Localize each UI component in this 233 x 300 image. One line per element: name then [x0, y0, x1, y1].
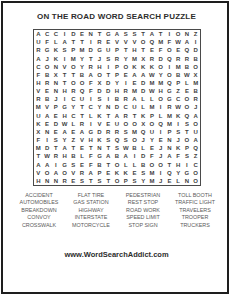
grid-cell-r11c12[interactable]: T — [130, 112, 139, 120]
grid-cell-r17c16[interactable]: T — [165, 161, 174, 169]
grid-cell-r13c9[interactable]: R — [104, 128, 113, 136]
grid-cell-r9c9[interactable]: I — [104, 95, 113, 103]
grid-cell-r6c19[interactable]: X — [191, 71, 200, 79]
grid-cell-r6c5[interactable]: T — [69, 71, 78, 79]
grid-cell-r10c14[interactable]: M — [148, 103, 157, 111]
grid-cell-r3c14[interactable]: E — [148, 46, 157, 54]
grid-cell-r9c19[interactable]: R — [191, 95, 200, 103]
grid-cell-r3c2[interactable]: G — [43, 46, 52, 54]
grid-cell-r4c14[interactable]: R — [148, 54, 157, 62]
grid-cell-r14c6[interactable]: V — [78, 136, 87, 144]
grid-cell-r3c16[interactable]: O — [165, 46, 174, 54]
grid-cell-r7c10[interactable]: Y — [113, 79, 122, 87]
grid-cell-r5c10[interactable]: P — [113, 63, 122, 71]
grid-cell-r4c8[interactable]: J — [95, 54, 104, 62]
grid-cell-r2c16[interactable]: F — [165, 38, 174, 46]
grid-cell-r1c19[interactable]: Z — [191, 30, 200, 38]
grid-cell-r8c10[interactable]: H — [113, 87, 122, 95]
grid-cell-r17c2[interactable]: A — [43, 161, 52, 169]
grid-cell-r12c1[interactable]: K — [34, 120, 43, 128]
grid-cell-r4c11[interactable]: Y — [121, 54, 130, 62]
grid-cell-r17c3[interactable]: I — [51, 161, 60, 169]
grid-cell-r8c3[interactable]: N — [51, 87, 60, 95]
grid-cell-r7c17[interactable]: P — [174, 79, 183, 87]
grid-cell-r18c3[interactable]: A — [51, 169, 60, 177]
grid-cell-r10c6[interactable]: T — [78, 103, 87, 111]
grid-cell-r2c3[interactable]: L — [51, 38, 60, 46]
grid-cell-r4c18[interactable]: R — [183, 54, 192, 62]
grid-cell-r4c19[interactable]: B — [191, 54, 200, 62]
grid-cell-r16c8[interactable]: G — [95, 152, 104, 160]
grid-cell-r9c3[interactable]: J — [51, 95, 60, 103]
grid-cell-r5c12[interactable]: K — [130, 63, 139, 71]
grid-cell-r18c14[interactable]: M — [148, 169, 157, 177]
grid-cell-r1c5[interactable]: D — [69, 30, 78, 38]
grid-cell-r13c12[interactable]: M — [130, 128, 139, 136]
grid-cell-r19c6[interactable]: S — [78, 177, 87, 185]
grid-cell-r11c3[interactable]: E — [51, 112, 60, 120]
grid-cell-r2c7[interactable]: I — [86, 38, 95, 46]
grid-cell-r10c18[interactable]: O — [183, 103, 192, 111]
grid-cell-r17c17[interactable]: H — [174, 161, 183, 169]
grid-cell-r19c10[interactable]: O — [113, 177, 122, 185]
website-url[interactable]: www.WordSearchAddict.com — [0, 250, 233, 259]
grid-cell-r2c15[interactable]: M — [156, 38, 165, 46]
grid-cell-r14c19[interactable]: A — [191, 136, 200, 144]
grid-cell-r11c2[interactable]: A — [43, 112, 52, 120]
grid-cell-r4c17[interactable]: R — [174, 54, 183, 62]
grid-cell-r12c14[interactable]: O — [148, 120, 157, 128]
grid-cell-r6c3[interactable]: X — [51, 71, 60, 79]
grid-cell-r12c5[interactable]: L — [69, 120, 78, 128]
grid-cell-r19c14[interactable]: M — [148, 177, 157, 185]
grid-cell-r4c3[interactable]: K — [51, 54, 60, 62]
grid-cell-r10c1[interactable]: M — [34, 103, 43, 111]
grid-cell-r4c16[interactable]: Q — [165, 54, 174, 62]
grid-cell-r6c10[interactable]: P — [113, 71, 122, 79]
grid-cell-r15c10[interactable]: S — [113, 144, 122, 152]
grid-cell-r3c15[interactable]: F — [156, 46, 165, 54]
grid-cell-r6c2[interactable]: B — [43, 71, 52, 79]
grid-cell-r3c13[interactable]: T — [139, 46, 148, 54]
grid-cell-r15c1[interactable]: M — [34, 144, 43, 152]
grid-cell-r8c18[interactable]: E — [183, 87, 192, 95]
grid-cell-r12c19[interactable]: O — [191, 120, 200, 128]
grid-cell-r2c9[interactable]: E — [104, 38, 113, 46]
grid-cell-r8c13[interactable]: D — [139, 87, 148, 95]
grid-cell-r8c6[interactable]: Q — [78, 87, 87, 95]
grid-cell-r13c7[interactable]: G — [86, 128, 95, 136]
grid-cell-r14c14[interactable]: Y — [148, 136, 157, 144]
grid-cell-r5c16[interactable]: I — [165, 63, 174, 71]
grid-cell-r14c8[interactable]: K — [95, 136, 104, 144]
grid-cell-r12c4[interactable]: W — [60, 120, 69, 128]
grid-cell-r2c10[interactable]: V — [113, 38, 122, 46]
grid-cell-r12c10[interactable]: U — [113, 120, 122, 128]
grid-cell-r11c9[interactable]: T — [104, 112, 113, 120]
grid-cell-r7c4[interactable]: T — [60, 79, 69, 87]
grid-cell-r17c14[interactable]: O — [148, 161, 157, 169]
grid-cell-r15c15[interactable]: J — [156, 144, 165, 152]
grid-cell-r9c7[interactable]: I — [86, 95, 95, 103]
grid-cell-r14c11[interactable]: S — [121, 136, 130, 144]
grid-cell-r5c17[interactable]: M — [174, 63, 183, 71]
grid-cell-r16c13[interactable]: D — [139, 152, 148, 160]
grid-cell-r6c8[interactable]: O — [95, 71, 104, 79]
grid-cell-r15c14[interactable]: E — [148, 144, 157, 152]
grid-cell-r8c7[interactable]: F — [86, 87, 95, 95]
grid-cell-r8c19[interactable]: B — [191, 87, 200, 95]
grid-cell-r5c5[interactable]: O — [69, 63, 78, 71]
grid-cell-r16c6[interactable]: L — [78, 152, 87, 160]
grid-cell-r18c17[interactable]: Y — [174, 169, 183, 177]
grid-cell-r2c4[interactable]: A — [60, 38, 69, 46]
grid-cell-r8c14[interactable]: W — [148, 87, 157, 95]
grid-cell-r13c8[interactable]: D — [95, 128, 104, 136]
grid-cell-r14c4[interactable]: Y — [60, 136, 69, 144]
grid-cell-r1c8[interactable]: T — [95, 30, 104, 38]
grid-cell-r19c11[interactable]: P — [121, 177, 130, 185]
grid-cell-r7c3[interactable]: N — [51, 79, 60, 87]
grid-cell-r4c1[interactable]: A — [34, 54, 43, 62]
grid-cell-r8c4[interactable]: H — [60, 87, 69, 95]
grid-cell-r3c19[interactable]: D — [191, 46, 200, 54]
grid-cell-r6c13[interactable]: A — [139, 71, 148, 79]
grid-cell-r13c5[interactable]: E — [69, 128, 78, 136]
grid-cell-r11c10[interactable]: A — [113, 112, 122, 120]
grid-cell-r7c9[interactable]: D — [104, 79, 113, 87]
grid-cell-r15c5[interactable]: T — [69, 144, 78, 152]
grid-cell-r1c15[interactable]: T — [156, 30, 165, 38]
grid-cell-r5c6[interactable]: Y — [78, 63, 87, 71]
grid-cell-r12c9[interactable]: E — [104, 120, 113, 128]
grid-cell-r2c19[interactable]: I — [191, 38, 200, 46]
grid-cell-r3c3[interactable]: K — [51, 46, 60, 54]
grid-cell-r8c9[interactable]: D — [104, 87, 113, 95]
grid-cell-r17c7[interactable]: F — [86, 161, 95, 169]
grid-cell-r9c14[interactable]: L — [148, 95, 157, 103]
grid-cell-r12c8[interactable]: V — [95, 120, 104, 128]
grid-cell-r8c1[interactable]: V — [34, 87, 43, 95]
grid-cell-r17c1[interactable]: A — [34, 161, 43, 169]
grid-cell-r11c5[interactable]: C — [69, 112, 78, 120]
grid-cell-r10c16[interactable]: R — [165, 103, 174, 111]
grid-cell-r7c6[interactable]: O — [78, 79, 87, 87]
grid-cell-r13c17[interactable]: S — [174, 128, 183, 136]
grid-cell-r18c11[interactable]: K — [121, 169, 130, 177]
grid-cell-r11c4[interactable]: H — [60, 112, 69, 120]
grid-cell-r10c17[interactable]: W — [174, 103, 183, 111]
grid-cell-r19c8[interactable]: S — [95, 177, 104, 185]
grid-cell-r5c1[interactable]: C — [34, 63, 43, 71]
grid-cell-r4c10[interactable]: R — [113, 54, 122, 62]
grid-cell-r19c3[interactable]: N — [51, 177, 60, 185]
grid-cell-r15c2[interactable]: D — [43, 144, 52, 152]
grid-cell-r1c4[interactable]: I — [60, 30, 69, 38]
grid-cell-r5c4[interactable]: V — [60, 63, 69, 71]
grid-cell-r17c6[interactable]: E — [78, 161, 87, 169]
grid-cell-r7c7[interactable]: F — [86, 79, 95, 87]
grid-cell-r13c2[interactable]: N — [43, 128, 52, 136]
grid-cell-r3c8[interactable]: G — [95, 46, 104, 54]
grid-cell-r7c16[interactable]: Q — [165, 79, 174, 87]
grid-cell-r18c19[interactable]: O — [191, 169, 200, 177]
grid-cell-r15c16[interactable]: N — [165, 144, 174, 152]
grid-cell-r11c6[interactable]: T — [78, 112, 87, 120]
grid-cell-r16c15[interactable]: J — [156, 152, 165, 160]
grid-cell-r16c1[interactable]: T — [34, 152, 43, 160]
grid-cell-r4c5[interactable]: M — [69, 54, 78, 62]
grid-cell-r8c16[interactable]: G — [165, 87, 174, 95]
grid-cell-r6c15[interactable]: Y — [156, 71, 165, 79]
grid-cell-r1c2[interactable]: C — [43, 30, 52, 38]
grid-cell-r12c3[interactable]: D — [51, 120, 60, 128]
grid-cell-r10c9[interactable]: N — [104, 103, 113, 111]
grid-cell-r2c1[interactable]: U — [34, 38, 43, 46]
grid-cell-r18c8[interactable]: P — [95, 169, 104, 177]
grid-cell-r2c18[interactable]: A — [183, 38, 192, 46]
grid-cell-r3c6[interactable]: M — [78, 46, 87, 54]
grid-cell-r1c16[interactable]: I — [165, 30, 174, 38]
grid-cell-r14c16[interactable]: N — [165, 136, 174, 144]
grid-cell-r7c12[interactable]: E — [130, 79, 139, 87]
grid-cell-r12c6[interactable]: R — [78, 120, 87, 128]
grid-cell-r6c17[interactable]: B — [174, 71, 183, 79]
grid-cell-r10c3[interactable]: P — [51, 103, 60, 111]
grid-cell-r8c12[interactable]: M — [130, 87, 139, 95]
grid-cell-r17c18[interactable]: I — [183, 161, 192, 169]
grid-cell-r9c13[interactable]: L — [139, 95, 148, 103]
grid-cell-r3c12[interactable]: H — [130, 46, 139, 54]
grid-cell-r18c15[interactable]: I — [156, 169, 165, 177]
grid-cell-r16c11[interactable]: A — [121, 152, 130, 160]
grid-cell-r19c7[interactable]: T — [86, 177, 95, 185]
grid-cell-r10c2[interactable]: V — [43, 103, 52, 111]
grid-cell-r12c16[interactable]: M — [165, 120, 174, 128]
grid-cell-r5c3[interactable]: N — [51, 63, 60, 71]
grid-cell-r5c19[interactable]: O — [191, 63, 200, 71]
grid-cell-r1c11[interactable]: S — [121, 30, 130, 38]
grid-cell-r16c3[interactable]: R — [51, 152, 60, 160]
grid-cell-r11c19[interactable]: A — [191, 112, 200, 120]
grid-cell-r7c2[interactable]: R — [43, 79, 52, 87]
grid-cell-r2c6[interactable]: T — [78, 38, 87, 46]
grid-cell-r2c17[interactable]: W — [174, 38, 183, 46]
grid-cell-r17c10[interactable]: O — [113, 161, 122, 169]
grid-cell-r4c13[interactable]: X — [139, 54, 148, 62]
grid-cell-r19c4[interactable]: R — [60, 177, 69, 185]
grid-cell-r7c11[interactable]: I — [121, 79, 130, 87]
grid-cell-r4c9[interactable]: S — [104, 54, 113, 62]
grid-cell-r11c18[interactable]: Q — [183, 112, 192, 120]
grid-cell-r13c15[interactable]: I — [156, 128, 165, 136]
grid-cell-r16c5[interactable]: B — [69, 152, 78, 160]
grid-cell-r9c16[interactable]: G — [165, 95, 174, 103]
grid-cell-r6c9[interactable]: T — [104, 71, 113, 79]
grid-cell-r12c12[interactable]: O — [130, 120, 139, 128]
grid-cell-r1c6[interactable]: E — [78, 30, 87, 38]
grid-cell-r18c7[interactable]: A — [86, 169, 95, 177]
grid-cell-r9c6[interactable]: U — [78, 95, 87, 103]
grid-cell-r8c8[interactable]: D — [95, 87, 104, 95]
grid-cell-r13c16[interactable]: P — [165, 128, 174, 136]
grid-cell-r6c16[interactable]: O — [165, 71, 174, 79]
grid-cell-r6c1[interactable]: F — [34, 71, 43, 79]
grid-cell-r7c14[interactable]: M — [148, 79, 157, 87]
grid-cell-r16c7[interactable]: F — [86, 152, 95, 160]
grid-cell-r7c19[interactable]: M — [191, 79, 200, 87]
grid-cell-r1c17[interactable]: O — [174, 30, 183, 38]
grid-cell-r12c18[interactable]: S — [183, 120, 192, 128]
grid-cell-r10c12[interactable]: U — [130, 103, 139, 111]
grid-cell-r15c17[interactable]: K — [174, 144, 183, 152]
grid-cell-r11c13[interactable]: K — [139, 112, 148, 120]
grid-cell-r2c5[interactable]: T — [69, 38, 78, 46]
grid-cell-r5c7[interactable]: R — [86, 63, 95, 71]
grid-cell-r19c15[interactable]: J — [156, 177, 165, 185]
grid-cell-r19c1[interactable]: H — [34, 177, 43, 185]
grid-cell-r19c18[interactable]: N — [183, 177, 192, 185]
grid-cell-r16c12[interactable]: I — [130, 152, 139, 160]
grid-cell-r9c5[interactable]: C — [69, 95, 78, 103]
grid-cell-r14c13[interactable]: J — [139, 136, 148, 144]
grid-cell-r13c11[interactable]: S — [121, 128, 130, 136]
grid-cell-r3c10[interactable]: P — [113, 46, 122, 54]
grid-cell-r17c19[interactable]: C — [191, 161, 200, 169]
grid-cell-r7c8[interactable]: X — [95, 79, 104, 87]
grid-cell-r15c19[interactable]: Q — [191, 144, 200, 152]
grid-cell-r15c12[interactable]: B — [130, 144, 139, 152]
grid-cell-r6c7[interactable]: A — [86, 71, 95, 79]
grid-cell-r15c18[interactable]: P — [183, 144, 192, 152]
grid-cell-r19c2[interactable]: N — [43, 177, 52, 185]
grid-cell-r4c2[interactable]: J — [43, 54, 52, 62]
grid-cell-r9c4[interactable]: I — [60, 95, 69, 103]
grid-cell-r10c19[interactable]: J — [191, 103, 200, 111]
grid-cell-r2c2[interactable]: F — [43, 38, 52, 46]
grid-cell-r6c12[interactable]: A — [130, 71, 139, 79]
grid-cell-r5c2[interactable]: O — [43, 63, 52, 71]
grid-cell-r9c12[interactable]: A — [130, 95, 139, 103]
grid-cell-r14c12[interactable]: O — [130, 136, 139, 144]
grid-cell-r13c14[interactable]: U — [148, 128, 157, 136]
grid-cell-r18c18[interactable]: G — [183, 169, 192, 177]
grid-cell-r17c9[interactable]: T — [104, 161, 113, 169]
grid-cell-r14c18[interactable]: O — [183, 136, 192, 144]
grid-cell-r1c13[interactable]: T — [139, 30, 148, 38]
grid-cell-r19c17[interactable]: L — [174, 177, 183, 185]
grid-cell-r2c12[interactable]: V — [130, 38, 139, 46]
grid-cell-r16c2[interactable]: W — [43, 152, 52, 160]
grid-cell-r9c1[interactable]: R — [34, 95, 43, 103]
grid-cell-r16c14[interactable]: F — [148, 152, 157, 160]
grid-cell-r4c4[interactable]: I — [60, 54, 69, 62]
grid-cell-r14c5[interactable]: Z — [69, 136, 78, 144]
grid-cell-r1c10[interactable]: A — [113, 30, 122, 38]
grid-cell-r17c11[interactable]: L — [121, 161, 130, 169]
grid-cell-r19c12[interactable]: S — [130, 177, 139, 185]
grid-cell-r14c17[interactable]: J — [174, 136, 183, 144]
grid-cell-r15c3[interactable]: T — [51, 144, 60, 152]
grid-cell-r7c5[interactable]: O — [69, 79, 78, 87]
grid-cell-r3c7[interactable]: D — [86, 46, 95, 54]
grid-cell-r18c4[interactable]: O — [60, 169, 69, 177]
grid-cell-r14c3[interactable]: S — [51, 136, 60, 144]
grid-cell-r1c18[interactable]: N — [183, 30, 192, 38]
grid-cell-r3c4[interactable]: S — [60, 46, 69, 54]
grid-cell-r3c11[interactable]: T — [121, 46, 130, 54]
grid-cell-r11c8[interactable]: K — [95, 112, 104, 120]
grid-cell-r15c6[interactable]: E — [78, 144, 87, 152]
grid-cell-r13c13[interactable]: Q — [139, 128, 148, 136]
grid-cell-r11c1[interactable]: U — [34, 112, 43, 120]
grid-cell-r12c17[interactable]: I — [174, 120, 183, 128]
grid-cell-r7c18[interactable]: L — [183, 79, 192, 87]
grid-cell-r6c14[interactable]: W — [148, 71, 157, 79]
grid-cell-r10c8[interactable]: Y — [95, 103, 104, 111]
grid-cell-r10c7[interactable]: C — [86, 103, 95, 111]
grid-cell-r13c19[interactable]: U — [191, 128, 200, 136]
grid-cell-r8c11[interactable]: R — [121, 87, 130, 95]
grid-cell-r9c18[interactable]: O — [183, 95, 192, 103]
grid-cell-r6c6[interactable]: B — [78, 71, 87, 79]
grid-cell-r17c4[interactable]: G — [60, 161, 69, 169]
grid-cell-r17c5[interactable]: S — [69, 161, 78, 169]
grid-cell-r13c3[interactable]: E — [51, 128, 60, 136]
grid-cell-r13c1[interactable]: X — [34, 128, 43, 136]
grid-cell-r10c15[interactable]: I — [156, 103, 165, 111]
grid-cell-r3c17[interactable]: E — [174, 46, 183, 54]
grid-cell-r13c10[interactable]: R — [113, 128, 122, 136]
grid-cell-r1c1[interactable]: A — [34, 30, 43, 38]
grid-cell-r14c9[interactable]: S — [104, 136, 113, 144]
grid-cell-r8c2[interactable]: E — [43, 87, 52, 95]
grid-cell-r9c8[interactable]: S — [95, 95, 104, 103]
grid-cell-r18c12[interactable]: E — [130, 169, 139, 177]
grid-cell-r5c11[interactable]: O — [121, 63, 130, 71]
grid-cell-r11c7[interactable]: L — [86, 112, 95, 120]
grid-cell-r11c11[interactable]: R — [121, 112, 130, 120]
grid-cell-r10c10[interactable]: D — [113, 103, 122, 111]
grid-cell-r17c8[interactable]: B — [95, 161, 104, 169]
grid-cell-r18c13[interactable]: S — [139, 169, 148, 177]
grid-cell-r4c7[interactable]: T — [86, 54, 95, 62]
grid-cell-r11c14[interactable]: P — [148, 112, 157, 120]
grid-cell-r14c7[interactable]: H — [86, 136, 95, 144]
grid-cell-r1c12[interactable]: S — [130, 30, 139, 38]
grid-cell-r19c5[interactable]: E — [69, 177, 78, 185]
grid-cell-r3c9[interactable]: U — [104, 46, 113, 54]
grid-cell-r16c17[interactable]: F — [174, 152, 183, 160]
grid-cell-r6c11[interactable]: E — [121, 71, 130, 79]
grid-cell-r1c9[interactable]: G — [104, 30, 113, 38]
grid-cell-r14c10[interactable]: Q — [113, 136, 122, 144]
grid-cell-r18c9[interactable]: E — [104, 169, 113, 177]
grid-cell-r16c9[interactable]: A — [104, 152, 113, 160]
grid-cell-r17c12[interactable]: L — [130, 161, 139, 169]
grid-cell-r5c14[interactable]: K — [148, 63, 157, 71]
grid-cell-r12c11[interactable]: O — [121, 120, 130, 128]
grid-cell-r2c14[interactable]: Q — [148, 38, 157, 46]
grid-cell-r10c5[interactable]: Y — [69, 103, 78, 111]
grid-cell-r13c6[interactable]: A — [78, 128, 87, 136]
grid-cell-r10c11[interactable]: C — [121, 103, 130, 111]
grid-cell-r6c18[interactable]: W — [183, 71, 192, 79]
grid-cell-r15c9[interactable]: T — [104, 144, 113, 152]
grid-cell-r5c9[interactable]: I — [104, 63, 113, 71]
grid-cell-r14c1[interactable]: F — [34, 136, 43, 144]
grid-cell-r11c15[interactable]: L — [156, 112, 165, 120]
